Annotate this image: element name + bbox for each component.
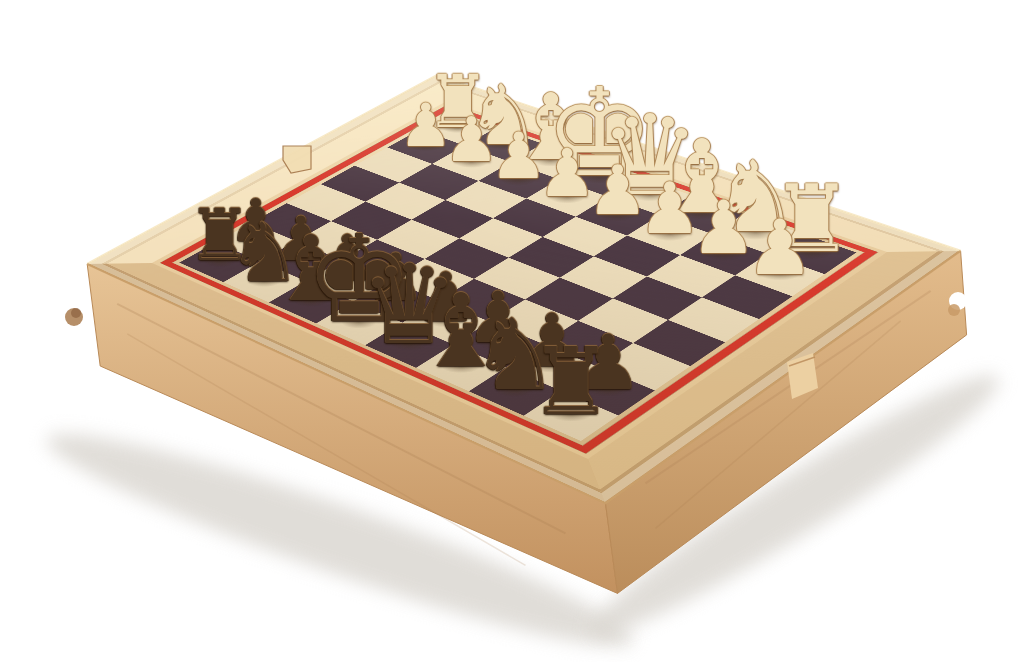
chess-box-photo: ♜♞♝♚♛♝♞♜♟♟♟♟♟♟♟♟♟♟♟♟♟♟♟♟♜♞♝♚♛♝♞♜ bbox=[0, 0, 1020, 662]
piece-black-rook-a8[interactable]: ♜ bbox=[529, 336, 612, 429]
piece-white-pawn-a2[interactable]: ♟ bbox=[746, 209, 814, 285]
piece-layer: ♜♞♝♚♛♝♞♜♟♟♟♟♟♟♟♟♟♟♟♟♟♟♟♟♜♞♝♚♛♝♞♜ bbox=[0, 0, 1020, 662]
